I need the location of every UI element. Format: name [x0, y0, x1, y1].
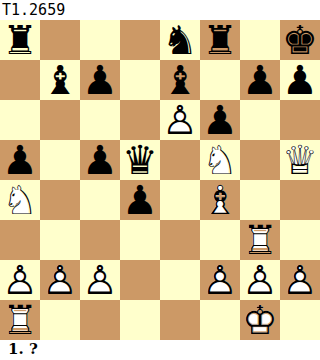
square-c3[interactable]: [80, 220, 120, 260]
square-g3[interactable]: ♜♖: [240, 220, 280, 260]
square-e1[interactable]: [160, 300, 200, 340]
piece-black-bishop: ♝: [160, 60, 200, 100]
square-g7[interactable]: ♟: [240, 60, 280, 100]
square-a5[interactable]: ♟: [0, 140, 40, 180]
piece-white-rook: ♖: [240, 220, 280, 260]
piece-black-pawn: ♟: [80, 140, 120, 180]
square-a1[interactable]: ♜♖: [0, 300, 40, 340]
square-d8[interactable]: [120, 20, 160, 60]
square-c1[interactable]: [80, 300, 120, 340]
square-g2[interactable]: ♟♙: [240, 260, 280, 300]
piece-white-pawn: ♙: [0, 260, 40, 300]
square-g1[interactable]: ♚♔: [240, 300, 280, 340]
square-g8[interactable]: [240, 20, 280, 60]
square-c6[interactable]: [80, 100, 120, 140]
piece-white-king: ♔: [240, 300, 280, 340]
square-h1[interactable]: [280, 300, 320, 340]
move-prompt: 1. ?: [0, 340, 320, 360]
square-h2[interactable]: ♟♙: [280, 260, 320, 300]
square-a6[interactable]: [0, 100, 40, 140]
square-b1[interactable]: [40, 300, 80, 340]
piece-black-pawn: ♟: [200, 100, 240, 140]
square-b2[interactable]: ♟♙: [40, 260, 80, 300]
piece-black-pawn: ♟: [80, 60, 120, 100]
piece-white-knight: ♘: [200, 140, 240, 180]
square-f7[interactable]: [200, 60, 240, 100]
square-h3[interactable]: [280, 220, 320, 260]
square-b8[interactable]: [40, 20, 80, 60]
square-f6[interactable]: ♟: [200, 100, 240, 140]
square-e8[interactable]: ♞: [160, 20, 200, 60]
piece-black-pawn: ♟: [0, 140, 40, 180]
piece-white-knight: ♘: [0, 180, 40, 220]
square-h7[interactable]: ♟: [280, 60, 320, 100]
piece-black-queen: ♛: [120, 140, 160, 180]
piece-white-pawn: ♙: [160, 100, 200, 140]
square-a3[interactable]: [0, 220, 40, 260]
square-h4[interactable]: [280, 180, 320, 220]
square-a8[interactable]: ♜: [0, 20, 40, 60]
puzzle-id: T1.2659: [0, 0, 320, 20]
square-h8[interactable]: ♚: [280, 20, 320, 60]
square-e6[interactable]: ♟♙: [160, 100, 200, 140]
square-b6[interactable]: [40, 100, 80, 140]
square-g4[interactable]: [240, 180, 280, 220]
square-b7[interactable]: ♝: [40, 60, 80, 100]
piece-black-rook: ♜: [0, 20, 40, 60]
square-b4[interactable]: [40, 180, 80, 220]
square-e7[interactable]: ♝: [160, 60, 200, 100]
square-e2[interactable]: [160, 260, 200, 300]
square-d7[interactable]: [120, 60, 160, 100]
square-f1[interactable]: [200, 300, 240, 340]
square-a7[interactable]: [0, 60, 40, 100]
piece-black-pawn: ♟: [280, 60, 320, 100]
square-h6[interactable]: [280, 100, 320, 140]
square-d5[interactable]: ♛: [120, 140, 160, 180]
piece-white-rook: ♖: [0, 300, 40, 340]
chess-board: ♜♞♜♚♝♟♝♟♟♟♙♟♟♟♛♞♘♛♕♞♘♟♝♗♜♖♟♙♟♙♟♙♟♙♟♙♟♙♜♖…: [0, 20, 320, 340]
square-g6[interactable]: [240, 100, 280, 140]
square-b5[interactable]: [40, 140, 80, 180]
piece-black-knight: ♞: [160, 20, 200, 60]
piece-white-queen: ♕: [280, 140, 320, 180]
square-c5[interactable]: ♟: [80, 140, 120, 180]
square-e3[interactable]: [160, 220, 200, 260]
square-f8[interactable]: ♜: [200, 20, 240, 60]
piece-white-pawn: ♙: [200, 260, 240, 300]
piece-white-pawn: ♙: [280, 260, 320, 300]
piece-white-pawn: ♙: [80, 260, 120, 300]
piece-white-pawn: ♙: [240, 260, 280, 300]
piece-black-bishop: ♝: [40, 60, 80, 100]
square-c2[interactable]: ♟♙: [80, 260, 120, 300]
square-g5[interactable]: [240, 140, 280, 180]
square-h5[interactable]: ♛♕: [280, 140, 320, 180]
square-e5[interactable]: [160, 140, 200, 180]
piece-white-pawn: ♙: [40, 260, 80, 300]
square-d2[interactable]: [120, 260, 160, 300]
square-f2[interactable]: ♟♙: [200, 260, 240, 300]
square-c4[interactable]: [80, 180, 120, 220]
square-f3[interactable]: [200, 220, 240, 260]
piece-black-pawn: ♟: [240, 60, 280, 100]
piece-black-king: ♚: [280, 20, 320, 60]
piece-black-rook: ♜: [200, 20, 240, 60]
square-f5[interactable]: ♞♘: [200, 140, 240, 180]
piece-white-bishop: ♗: [200, 180, 240, 220]
square-c7[interactable]: ♟: [80, 60, 120, 100]
square-a4[interactable]: ♞♘: [0, 180, 40, 220]
square-d6[interactable]: [120, 100, 160, 140]
piece-black-pawn: ♟: [120, 180, 160, 220]
square-d1[interactable]: [120, 300, 160, 340]
square-a2[interactable]: ♟♙: [0, 260, 40, 300]
square-f4[interactable]: ♝♗: [200, 180, 240, 220]
square-c8[interactable]: [80, 20, 120, 60]
square-d4[interactable]: ♟: [120, 180, 160, 220]
square-e4[interactable]: [160, 180, 200, 220]
square-d3[interactable]: [120, 220, 160, 260]
square-b3[interactable]: [40, 220, 80, 260]
